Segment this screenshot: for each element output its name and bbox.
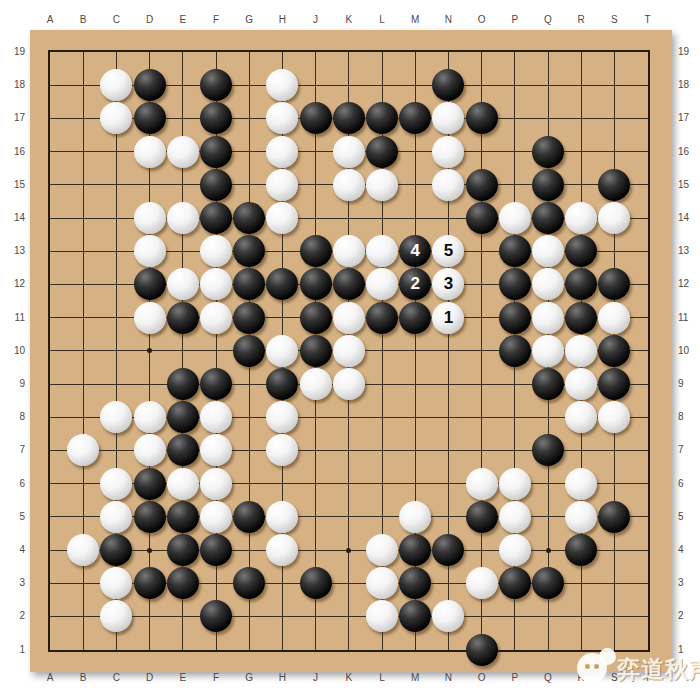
row-label-left-11: 11 bbox=[5, 312, 25, 324]
stone-L16-black bbox=[366, 136, 398, 168]
stone-F15-black bbox=[200, 169, 232, 201]
stone-Q9-black bbox=[532, 368, 564, 400]
stone-D13-white bbox=[134, 235, 166, 267]
col-label-top-D: D bbox=[139, 14, 161, 25]
stone-P12-black bbox=[499, 268, 531, 300]
stone-E12-white bbox=[167, 268, 199, 300]
stone-O1-black bbox=[466, 634, 498, 666]
stone-M12-black: 2 bbox=[399, 268, 431, 300]
row-label-left-6: 6 bbox=[5, 478, 25, 490]
stone-K15-white bbox=[333, 169, 365, 201]
stone-O5-black bbox=[466, 501, 498, 533]
stone-Q15-black bbox=[532, 169, 564, 201]
col-label-top-B: B bbox=[72, 14, 94, 25]
stone-R9-white bbox=[565, 368, 597, 400]
stone-J12-black bbox=[300, 268, 332, 300]
stone-R11-black bbox=[565, 302, 597, 334]
stone-D14-white bbox=[134, 202, 166, 234]
col-label-top-S: S bbox=[603, 14, 625, 25]
stone-F11-white bbox=[200, 302, 232, 334]
stone-O15-black bbox=[466, 169, 498, 201]
col-label-bottom-G: G bbox=[238, 672, 260, 683]
stone-D12-black bbox=[134, 268, 166, 300]
row-label-right-11: 11 bbox=[678, 312, 698, 324]
col-label-bottom-M: M bbox=[404, 672, 426, 683]
stone-L13-white bbox=[366, 235, 398, 267]
stone-C6-white bbox=[100, 468, 132, 500]
stone-P5-white bbox=[499, 501, 531, 533]
col-label-top-P: P bbox=[504, 14, 526, 25]
star-point-K4 bbox=[346, 548, 351, 553]
stone-F13-white bbox=[200, 235, 232, 267]
row-label-left-18: 18 bbox=[5, 79, 25, 91]
col-label-top-O: O bbox=[471, 14, 493, 25]
stone-L15-white bbox=[366, 169, 398, 201]
col-label-bottom-Q: Q bbox=[537, 672, 559, 683]
stone-E14-white bbox=[167, 202, 199, 234]
stone-M5-white bbox=[399, 501, 431, 533]
stone-P10-black bbox=[499, 335, 531, 367]
stone-P14-white bbox=[499, 202, 531, 234]
col-label-top-M: M bbox=[404, 14, 426, 25]
stone-K9-white bbox=[333, 368, 365, 400]
row-label-right-9: 9 bbox=[678, 378, 698, 390]
row-label-left-8: 8 bbox=[5, 411, 25, 423]
stone-K13-white bbox=[333, 235, 365, 267]
col-label-top-T: T bbox=[637, 14, 659, 25]
col-label-top-N: N bbox=[437, 14, 459, 25]
col-label-bottom-C: C bbox=[105, 672, 127, 683]
stone-G14-black bbox=[233, 202, 265, 234]
stone-E7-black bbox=[167, 434, 199, 466]
stone-D6-black bbox=[134, 468, 166, 500]
stone-G11-black bbox=[233, 302, 265, 334]
stone-O6-white bbox=[466, 468, 498, 500]
row-label-right-18: 18 bbox=[678, 79, 698, 91]
stone-P13-black bbox=[499, 235, 531, 267]
row-label-right-7: 7 bbox=[678, 444, 698, 456]
stone-O17-black bbox=[466, 102, 498, 134]
stone-F8-white bbox=[200, 401, 232, 433]
row-label-right-16: 16 bbox=[678, 146, 698, 158]
row-label-left-19: 19 bbox=[5, 46, 25, 58]
stone-E11-black bbox=[167, 302, 199, 334]
row-label-left-10: 10 bbox=[5, 345, 25, 357]
stone-E16-white bbox=[167, 136, 199, 168]
stone-D16-white bbox=[134, 136, 166, 168]
col-label-bottom-D: D bbox=[139, 672, 161, 683]
wechat-icon-small-bubble bbox=[599, 648, 616, 665]
stone-H10-white bbox=[266, 335, 298, 367]
stone-R10-white bbox=[565, 335, 597, 367]
col-label-top-E: E bbox=[172, 14, 194, 25]
stone-E3-black bbox=[167, 567, 199, 599]
row-label-left-16: 16 bbox=[5, 146, 25, 158]
stone-D11-white bbox=[134, 302, 166, 334]
row-label-left-1: 1 bbox=[5, 644, 25, 656]
row-label-left-4: 4 bbox=[5, 544, 25, 556]
stone-F14-black bbox=[200, 202, 232, 234]
row-label-left-13: 13 bbox=[5, 245, 25, 257]
row-label-right-17: 17 bbox=[678, 112, 698, 124]
col-label-bottom-F: F bbox=[205, 672, 227, 683]
col-label-bottom-H: H bbox=[271, 672, 293, 683]
stone-N15-white bbox=[432, 169, 464, 201]
stone-L3-white bbox=[366, 567, 398, 599]
col-label-top-J: J bbox=[305, 14, 327, 25]
col-label-bottom-K: K bbox=[338, 672, 360, 683]
stone-N16-white bbox=[432, 136, 464, 168]
stone-S5-black bbox=[598, 501, 630, 533]
row-label-right-10: 10 bbox=[678, 345, 698, 357]
stone-R14-white bbox=[565, 202, 597, 234]
wechat-icon-eye bbox=[585, 664, 590, 669]
row-label-right-12: 12 bbox=[678, 278, 698, 290]
star-point-Q4 bbox=[546, 548, 551, 553]
stone-E9-black bbox=[167, 368, 199, 400]
move-number-label: 2 bbox=[399, 268, 431, 300]
stone-F5-white bbox=[200, 501, 232, 533]
stone-D8-white bbox=[134, 401, 166, 433]
stone-S15-black bbox=[598, 169, 630, 201]
stone-Q13-white bbox=[532, 235, 564, 267]
wechat-icon-eye bbox=[594, 664, 599, 669]
stone-O3-white bbox=[466, 567, 498, 599]
stone-K11-white bbox=[333, 302, 365, 334]
col-label-bottom-J: J bbox=[305, 672, 327, 683]
col-label-bottom-N: N bbox=[437, 672, 459, 683]
stone-L4-white bbox=[366, 534, 398, 566]
stone-Q11-white bbox=[532, 302, 564, 334]
stone-R4-black bbox=[565, 534, 597, 566]
stone-Q14-black bbox=[532, 202, 564, 234]
move-number-label: 3 bbox=[432, 268, 464, 300]
stone-F18-black bbox=[200, 69, 232, 101]
row-label-left-9: 9 bbox=[5, 378, 25, 390]
stone-K16-white bbox=[333, 136, 365, 168]
stone-D7-white bbox=[134, 434, 166, 466]
col-label-top-F: F bbox=[205, 14, 227, 25]
stone-F9-black bbox=[200, 368, 232, 400]
stone-S11-white bbox=[598, 302, 630, 334]
row-label-left-3: 3 bbox=[5, 577, 25, 589]
stone-E8-black bbox=[167, 401, 199, 433]
row-label-right-5: 5 bbox=[678, 511, 698, 523]
star-point-D4 bbox=[147, 548, 152, 553]
col-label-bottom-E: E bbox=[172, 672, 194, 683]
col-label-top-K: K bbox=[338, 14, 360, 25]
stone-Q3-black bbox=[532, 567, 564, 599]
stone-M11-black bbox=[399, 302, 431, 334]
watermark-text: 弈道秋声 bbox=[617, 654, 700, 685]
row-label-left-5: 5 bbox=[5, 511, 25, 523]
stone-J3-black bbox=[300, 567, 332, 599]
stone-R5-white bbox=[565, 501, 597, 533]
row-label-right-13: 13 bbox=[678, 245, 698, 257]
move-number-label: 4 bbox=[399, 235, 431, 267]
stone-M13-black: 4 bbox=[399, 235, 431, 267]
col-label-bottom-B: B bbox=[72, 672, 94, 683]
stone-M4-black bbox=[399, 534, 431, 566]
row-label-right-6: 6 bbox=[678, 478, 698, 490]
watermark: 弈道秋声 bbox=[571, 648, 699, 690]
col-label-top-L: L bbox=[371, 14, 393, 25]
row-label-right-3: 3 bbox=[678, 577, 698, 589]
stone-E5-black bbox=[167, 501, 199, 533]
stone-G10-black bbox=[233, 335, 265, 367]
stone-E6-white bbox=[167, 468, 199, 500]
row-label-left-17: 17 bbox=[5, 112, 25, 124]
stone-N13-white: 5 bbox=[432, 235, 464, 267]
col-label-bottom-L: L bbox=[371, 672, 393, 683]
row-label-left-14: 14 bbox=[5, 212, 25, 224]
move-number-label: 5 bbox=[432, 235, 464, 267]
stone-J9-white bbox=[300, 368, 332, 400]
stone-J10-black bbox=[300, 335, 332, 367]
stone-D17-black bbox=[134, 102, 166, 134]
row-label-right-2: 2 bbox=[678, 610, 698, 622]
stone-D3-black bbox=[134, 567, 166, 599]
row-label-left-2: 2 bbox=[5, 610, 25, 622]
stone-D18-black bbox=[134, 69, 166, 101]
stone-C5-white bbox=[100, 501, 132, 533]
row-label-left-15: 15 bbox=[5, 179, 25, 191]
stone-K10-white bbox=[333, 335, 365, 367]
stone-G5-black bbox=[233, 501, 265, 533]
stone-F4-black bbox=[200, 534, 232, 566]
stone-N12-white: 3 bbox=[432, 268, 464, 300]
col-label-top-Q: Q bbox=[537, 14, 559, 25]
col-label-bottom-A: A bbox=[39, 672, 61, 683]
col-label-top-A: A bbox=[39, 14, 61, 25]
stone-N11-white: 1 bbox=[432, 302, 464, 334]
go-diagram-page: 45231 AABBCCDDEEFFGGHHJJKKLLMMNNOOPPQQRR… bbox=[0, 0, 700, 700]
move-number-label: 1 bbox=[432, 302, 464, 334]
stone-K12-black bbox=[333, 268, 365, 300]
stone-H15-white bbox=[266, 169, 298, 201]
stone-Q10-white bbox=[532, 335, 564, 367]
stone-F16-black bbox=[200, 136, 232, 168]
row-label-right-4: 4 bbox=[678, 544, 698, 556]
col-label-top-R: R bbox=[570, 14, 592, 25]
row-label-left-7: 7 bbox=[5, 444, 25, 456]
grid-line-vertical bbox=[481, 52, 482, 650]
stone-F6-white bbox=[200, 468, 232, 500]
row-label-left-12: 12 bbox=[5, 278, 25, 290]
row-label-right-15: 15 bbox=[678, 179, 698, 191]
row-label-right-14: 14 bbox=[678, 212, 698, 224]
col-label-top-G: G bbox=[238, 14, 260, 25]
stone-P4-white bbox=[499, 534, 531, 566]
stone-L11-black bbox=[366, 302, 398, 334]
grid-line-horizontal bbox=[50, 616, 648, 617]
stone-J17-black bbox=[300, 102, 332, 134]
stone-K17-black bbox=[333, 102, 365, 134]
stone-E4-black bbox=[167, 534, 199, 566]
stone-P11-black bbox=[499, 302, 531, 334]
stone-Q16-black bbox=[532, 136, 564, 168]
stone-H5-white bbox=[266, 501, 298, 533]
row-label-right-8: 8 bbox=[678, 411, 698, 423]
stone-B4-white bbox=[67, 534, 99, 566]
stone-J13-black bbox=[300, 235, 332, 267]
stone-O14-black bbox=[466, 202, 498, 234]
stone-H16-white bbox=[266, 136, 298, 168]
go-board: 45231 bbox=[30, 30, 672, 672]
col-label-top-H: H bbox=[271, 14, 293, 25]
stone-R6-white bbox=[565, 468, 597, 500]
stone-P6-white bbox=[499, 468, 531, 500]
col-label-bottom-P: P bbox=[504, 672, 526, 683]
col-label-bottom-O: O bbox=[471, 672, 493, 683]
stone-S10-black bbox=[598, 335, 630, 367]
stone-P3-black bbox=[499, 567, 531, 599]
stone-J11-black bbox=[300, 302, 332, 334]
col-label-top-C: C bbox=[105, 14, 127, 25]
row-label-right-19: 19 bbox=[678, 46, 698, 58]
stone-D5-black bbox=[134, 501, 166, 533]
